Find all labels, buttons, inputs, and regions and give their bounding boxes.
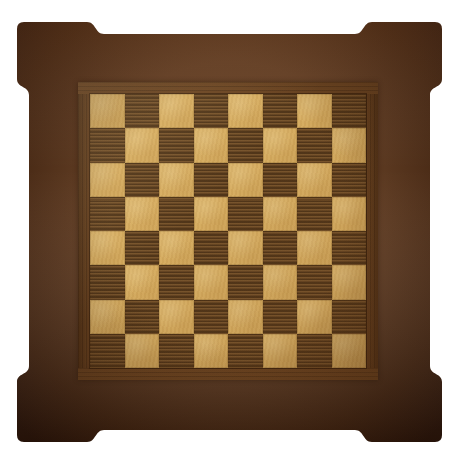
square-g6[interactable] (297, 163, 332, 197)
square-e6[interactable] (228, 163, 263, 197)
square-b8[interactable] (125, 94, 160, 128)
square-g3[interactable] (297, 265, 332, 299)
square-d1[interactable] (194, 334, 229, 368)
square-b2[interactable] (125, 300, 160, 334)
square-f1[interactable] (263, 334, 298, 368)
square-h8[interactable] (332, 94, 367, 128)
square-h5[interactable] (332, 197, 367, 231)
square-d7[interactable] (194, 128, 229, 162)
square-d8[interactable] (194, 94, 229, 128)
square-e8[interactable] (228, 94, 263, 128)
square-b3[interactable] (125, 265, 160, 299)
square-f5[interactable] (263, 197, 298, 231)
square-h4[interactable] (332, 231, 367, 265)
board-grid (90, 94, 366, 368)
square-b1[interactable] (125, 334, 160, 368)
square-f8[interactable] (263, 94, 298, 128)
square-d5[interactable] (194, 197, 229, 231)
square-d6[interactable] (194, 163, 229, 197)
square-g8[interactable] (297, 94, 332, 128)
square-d4[interactable] (194, 231, 229, 265)
square-c2[interactable] (159, 300, 194, 334)
square-e4[interactable] (228, 231, 263, 265)
square-c1[interactable] (159, 334, 194, 368)
square-d3[interactable] (194, 265, 229, 299)
square-g5[interactable] (297, 197, 332, 231)
square-f6[interactable] (263, 163, 298, 197)
square-a2[interactable] (90, 300, 125, 334)
square-e1[interactable] (228, 334, 263, 368)
square-f3[interactable] (263, 265, 298, 299)
square-e7[interactable] (228, 128, 263, 162)
square-f4[interactable] (263, 231, 298, 265)
square-a7[interactable] (90, 128, 125, 162)
square-h6[interactable] (332, 163, 367, 197)
square-b7[interactable] (125, 128, 160, 162)
square-g7[interactable] (297, 128, 332, 162)
square-a8[interactable] (90, 94, 125, 128)
square-g4[interactable] (297, 231, 332, 265)
square-b6[interactable] (125, 163, 160, 197)
square-g1[interactable] (297, 334, 332, 368)
square-c5[interactable] (159, 197, 194, 231)
square-e3[interactable] (228, 265, 263, 299)
square-b5[interactable] (125, 197, 160, 231)
square-c4[interactable] (159, 231, 194, 265)
square-a4[interactable] (90, 231, 125, 265)
square-a1[interactable] (90, 334, 125, 368)
chessboard-photo (0, 0, 460, 460)
square-e2[interactable] (228, 300, 263, 334)
square-d2[interactable] (194, 300, 229, 334)
square-h7[interactable] (332, 128, 367, 162)
square-a6[interactable] (90, 163, 125, 197)
square-f2[interactable] (263, 300, 298, 334)
square-c7[interactable] (159, 128, 194, 162)
square-f7[interactable] (263, 128, 298, 162)
square-c3[interactable] (159, 265, 194, 299)
square-h3[interactable] (332, 265, 367, 299)
square-g2[interactable] (297, 300, 332, 334)
square-a3[interactable] (90, 265, 125, 299)
square-c6[interactable] (159, 163, 194, 197)
square-b4[interactable] (125, 231, 160, 265)
board (78, 82, 378, 380)
square-h2[interactable] (332, 300, 367, 334)
square-e5[interactable] (228, 197, 263, 231)
square-c8[interactable] (159, 94, 194, 128)
square-h1[interactable] (332, 334, 367, 368)
square-a5[interactable] (90, 197, 125, 231)
